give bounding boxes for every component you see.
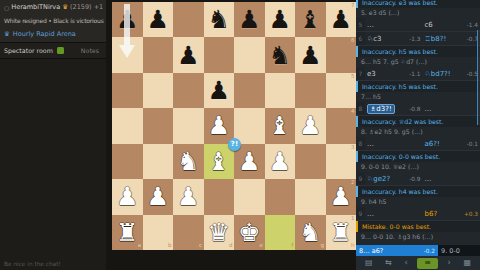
tab-notes[interactable]: Notes <box>81 47 99 54</box>
move-number: 6 <box>356 32 365 45</box>
next-move-button[interactable]: › <box>445 257 454 269</box>
player-rating: (2159) <box>70 3 92 11</box>
white-half: ♘c3-1.3 <box>365 35 423 43</box>
square-h1[interactable]: ♜1h <box>326 215 357 250</box>
tab-spectator-room[interactable]: Spectator room <box>4 47 53 54</box>
black-half: ♖b8?!-0.7 <box>423 35 480 43</box>
black-half: c6-1.4 <box>423 21 480 29</box>
rank-label-2: 2 <box>351 180 355 186</box>
white-bishop-piece: ♝ <box>265 108 296 143</box>
black-eval: +0.3 <box>464 211 478 217</box>
arena-name: Hourly Rapid Arena <box>13 30 76 38</box>
white-king-piece: ♚ <box>234 215 265 250</box>
board-toolbar: ▤⇆‹≡›▦ <box>356 256 480 270</box>
square-b7[interactable]: ♟ <box>143 2 174 37</box>
player-name: HerambiTNirva <box>11 3 60 11</box>
prev-move-button[interactable]: ‹ <box>401 257 410 269</box>
square-h4[interactable]: 4 <box>326 108 357 143</box>
arena-trophy-icon: ♛ <box>4 30 10 38</box>
square-a2[interactable]: ♟ <box>112 179 143 214</box>
black-half: b6?+0.3 <box>423 210 480 218</box>
white-pawn-piece: ♟ <box>143 179 174 214</box>
white-queen-piece: ♛ <box>204 215 235 250</box>
square-g2[interactable] <box>295 179 326 214</box>
white-eval: -1.1 <box>409 71 420 77</box>
chess-board: ♟♟♞♟♟♝♟7♟♞♟6♟5♟♝♟4♞♝♟♟3♟♟♟♟2♜abc♛d♚ef♞g♜… <box>112 2 356 250</box>
black-move[interactable]: … <box>425 175 432 183</box>
black-pawn-piece: ♟ <box>143 2 174 37</box>
play-button[interactable]: ≡ <box>417 258 438 269</box>
black-move[interactable]: a6?! <box>425 140 440 148</box>
move-row: 9♘ge2?-0.9… <box>356 172 480 186</box>
black-knight-piece: ♞ <box>265 37 296 72</box>
arena-link[interactable]: ♛ Hourly Rapid Arena <box>4 30 102 38</box>
analysis-variation[interactable]: 9… 0-0 10. ♗g3 h6 (…) <box>356 232 480 243</box>
square-d1[interactable]: ♛d <box>204 215 235 250</box>
square-c5[interactable] <box>173 73 204 108</box>
file-label-d: d <box>229 243 233 249</box>
game-info-card: ○ HerambiTNirva ♛ (2159) +1 White resign… <box>0 0 106 43</box>
flip-board-icon[interactable]: ⇆ <box>382 257 395 269</box>
square-f5[interactable] <box>265 73 296 108</box>
rank-label-5: 5 <box>351 74 355 80</box>
square-c3[interactable]: ♞ <box>173 144 204 179</box>
white-half: ♘ge2?-0.9 <box>365 175 423 183</box>
file-label-a: a <box>138 243 141 249</box>
square-d7[interactable]: ♞ <box>204 2 235 37</box>
square-f1[interactable]: f <box>265 215 296 250</box>
white-move[interactable]: … <box>367 140 374 148</box>
analysis-comment: Inaccuracy. h5 was best. <box>356 81 480 92</box>
square-g1[interactable]: ♞g <box>295 215 326 250</box>
black-half: … <box>423 175 480 183</box>
square-e5[interactable] <box>234 73 265 108</box>
move-row: 5…c6-1.4 <box>356 18 480 32</box>
white-pawn-piece: ♟ <box>326 179 357 214</box>
white-rook-piece: ♜ <box>112 215 143 250</box>
move-number: 7 <box>356 67 365 80</box>
white-half: … <box>365 21 423 29</box>
board-area: ♟♟♞♟♟♝♟7♟♞♟6♟5♟♝♟4♞♝♟♟3♟♟♟♟2♜abc♛d♚ef♞g♜… <box>112 0 356 270</box>
black-move[interactable]: b6? <box>425 210 438 218</box>
square-a4[interactable] <box>112 108 143 143</box>
analysis-comment: Inaccuracy. e3 was best. <box>356 0 480 8</box>
analysis-variation[interactable]: 9. 0-0 10. ♕e2 (…) <box>356 162 480 173</box>
chat-tabs: Spectator room Notes <box>0 43 106 59</box>
status-circle-icon: ○ <box>4 4 9 11</box>
online-count-badge <box>57 47 64 54</box>
square-d4[interactable]: ♟ <box>204 108 235 143</box>
square-b4[interactable] <box>143 108 174 143</box>
white-move[interactable]: e3 <box>367 70 376 78</box>
movebar-eval: -0.2 <box>424 248 435 254</box>
white-move[interactable]: ♘c3 <box>367 35 382 43</box>
black-move[interactable]: ♘bd7?! <box>425 70 451 78</box>
square-b3[interactable] <box>143 144 174 179</box>
lichess-spectate-page: ○ HerambiTNirva ♛ (2159) +1 White resign… <box>0 0 480 270</box>
move-row: 9…b6?+0.3 <box>356 207 480 221</box>
analysis-comment: Inaccuracy. h5 was best. <box>356 46 480 57</box>
black-pawn-piece: ♟ <box>265 2 296 37</box>
move-list: Inaccuracy. e3 was best.5. e3 d5 (…)5…c6… <box>356 0 480 245</box>
white-half: e3-1.1 <box>365 70 423 78</box>
square-e2[interactable] <box>234 179 265 214</box>
move-row: 8♗d3?!-0.8… <box>356 102 480 116</box>
white-pawn-piece: ♟ <box>204 108 235 143</box>
square-g4[interactable]: ♟ <box>295 108 326 143</box>
black-pawn-piece: ♟ <box>326 2 357 37</box>
square-d2[interactable] <box>204 179 235 214</box>
black-half: … <box>423 105 480 113</box>
chat-note: Be nice in the chat! <box>0 259 106 270</box>
rank-label-4: 4 <box>351 109 355 115</box>
black-bishop-piece: ♝ <box>295 2 326 37</box>
analysis-panel: Inaccuracy. e3 was best.5. e3 d5 (…)5…c6… <box>356 0 480 270</box>
square-b1[interactable]: b <box>143 215 174 250</box>
white-pawn-piece: ♟ <box>173 179 204 214</box>
move-number: 9 <box>356 172 365 185</box>
rank-label-6: 6 <box>351 38 355 44</box>
square-c7[interactable] <box>173 2 204 37</box>
square-f3[interactable]: ♟ <box>265 144 296 179</box>
white-knight-piece: ♞ <box>173 144 204 179</box>
square-f6[interactable]: ♞ <box>265 37 296 72</box>
analysis-variation[interactable]: 5. e3 d5 (…) <box>356 8 480 19</box>
move-number: 9 <box>356 207 365 220</box>
black-move[interactable]: … <box>425 105 432 113</box>
movebar-cell[interactable]: 8… a6?-0.2 <box>356 245 438 256</box>
movebar-move: 9. 0-0 <box>441 247 460 255</box>
rank-label-1: 1 <box>351 216 355 222</box>
movebar-move: 8… a6? <box>359 247 383 255</box>
square-c2[interactable]: ♟ <box>173 179 204 214</box>
square-a7[interactable]: ♟ <box>112 2 143 37</box>
file-label-e: e <box>260 243 263 249</box>
black-eval: -0.1 <box>467 141 478 147</box>
analysis-comment: Inaccuracy. ♕d2 was best. <box>356 116 480 127</box>
file-label-f: f <box>292 243 294 249</box>
square-h7[interactable]: ♟7 <box>326 2 357 37</box>
white-eval: -0.9 <box>409 176 420 182</box>
white-half: ♗d3?!-0.8 <box>365 104 423 114</box>
black-eval: -1.4 <box>467 22 478 28</box>
square-g7[interactable]: ♝ <box>295 2 326 37</box>
file-label-c: c <box>199 243 202 249</box>
white-half: … <box>365 140 423 148</box>
white-pawn-piece: ♟ <box>295 108 326 143</box>
move-row: 8…a6?!-0.1 <box>356 137 480 151</box>
white-move[interactable]: … <box>367 210 374 218</box>
black-pawn-piece: ♟ <box>112 2 143 37</box>
square-h2[interactable]: ♟2 <box>326 179 357 214</box>
move-number: 5 <box>356 18 365 31</box>
square-a5[interactable] <box>112 73 143 108</box>
board-menu-icon[interactable]: ▤ <box>362 257 376 269</box>
black-pawn-piece: ♟ <box>204 73 235 108</box>
square-g3[interactable] <box>295 144 326 179</box>
square-e4[interactable] <box>234 108 265 143</box>
trophy-icon: ♛ <box>62 3 68 11</box>
inaccuracy-badge: ?! <box>228 138 241 151</box>
white-eval: -1.3 <box>409 36 420 42</box>
white-half: … <box>365 210 423 218</box>
white-move[interactable]: ♘ge2? <box>367 175 390 183</box>
square-f2[interactable] <box>265 179 296 214</box>
rank-label-7: 7 <box>351 3 355 9</box>
analysis-comment: Inaccuracy. 0-0 was best. <box>356 151 480 162</box>
white-move[interactable]: ♗d3?! <box>367 104 395 114</box>
file-label-g: g <box>321 243 325 249</box>
movebar-cell[interactable]: 9. 0-0 <box>438 245 463 256</box>
square-a6[interactable] <box>112 37 143 72</box>
move-row: 6♘c3-1.3♖b8?!-0.7 <box>356 32 480 46</box>
chat-messages-area[interactable] <box>0 59 106 259</box>
move-row: 7e3-1.1♘bd7?!-0.5 <box>356 67 480 81</box>
square-h5[interactable]: 5 <box>326 73 357 108</box>
square-e7[interactable]: ♟ <box>234 2 265 37</box>
black-move[interactable]: c6 <box>425 21 433 29</box>
square-d5[interactable]: ♟ <box>204 73 235 108</box>
sidebar: ○ HerambiTNirva ♛ (2159) +1 White resign… <box>0 0 106 270</box>
square-b2[interactable]: ♟ <box>143 179 174 214</box>
square-a3[interactable] <box>112 144 143 179</box>
white-rook-piece: ♜ <box>326 215 357 250</box>
square-e1[interactable]: ♚e <box>234 215 265 250</box>
white-move[interactable]: … <box>367 21 374 29</box>
square-c1[interactable]: c <box>173 215 204 250</box>
player-line[interactable]: ○ HerambiTNirva ♛ (2159) +1 <box>4 3 102 11</box>
analysis-variation[interactable]: 9. h4 h5 <box>356 197 480 208</box>
square-e6[interactable] <box>234 37 265 72</box>
square-f4[interactable]: ♝ <box>265 108 296 143</box>
black-pawn-piece: ♟ <box>234 2 265 37</box>
file-label-b: b <box>168 243 172 249</box>
white-knight-piece: ♞ <box>295 215 326 250</box>
black-knight-piece: ♞ <box>204 2 235 37</box>
file-label-h: h <box>351 243 355 249</box>
white-pawn-piece: ♟ <box>265 144 296 179</box>
analysis-variation[interactable]: 6… h5 7. g5 ♘d7 (…) <box>356 57 480 68</box>
square-c6[interactable]: ♟ <box>173 37 204 72</box>
move-number: 8 <box>356 137 365 150</box>
square-b5[interactable] <box>143 73 174 108</box>
game-result-text: White resigned • Black is victorious <box>4 17 102 24</box>
black-half: ♘bd7?!-0.5 <box>423 70 480 78</box>
current-move-bar: 8… a6?-0.29. 0-0 <box>356 245 480 256</box>
analysis-comment: Mistake. 0-0 was best. <box>356 221 480 232</box>
square-h6[interactable]: 6 <box>326 37 357 72</box>
move-number: 8 <box>356 102 365 115</box>
square-g5[interactable] <box>295 73 326 108</box>
square-c4[interactable] <box>173 108 204 143</box>
rank-label-3: 3 <box>351 145 355 151</box>
square-d6[interactable] <box>204 37 235 72</box>
black-pawn-piece: ♟ <box>173 37 204 72</box>
square-a1[interactable]: ♜a <box>112 215 143 250</box>
black-half: a6?!-0.1 <box>423 140 480 148</box>
white-eval: -0.8 <box>409 106 420 112</box>
square-g6[interactable]: ♟ <box>295 37 326 72</box>
analysis-variation[interactable]: 8. ♗e2 h5 9. g5 (…) <box>356 127 480 138</box>
analysis-variation[interactable]: 7… h5 <box>356 92 480 103</box>
white-pawn-piece: ♟ <box>112 179 143 214</box>
black-move[interactable]: ♖b8?! <box>425 35 447 43</box>
menu-icon[interactable]: ▦ <box>460 257 474 269</box>
analysis-comment: Inaccuracy. h4 was best. <box>356 186 480 197</box>
square-h3[interactable]: 3 <box>326 144 357 179</box>
square-f7[interactable]: ♟ <box>265 2 296 37</box>
rating-delta: +1 <box>94 3 104 11</box>
black-pawn-piece: ♟ <box>295 37 326 72</box>
square-b6[interactable] <box>143 37 174 72</box>
